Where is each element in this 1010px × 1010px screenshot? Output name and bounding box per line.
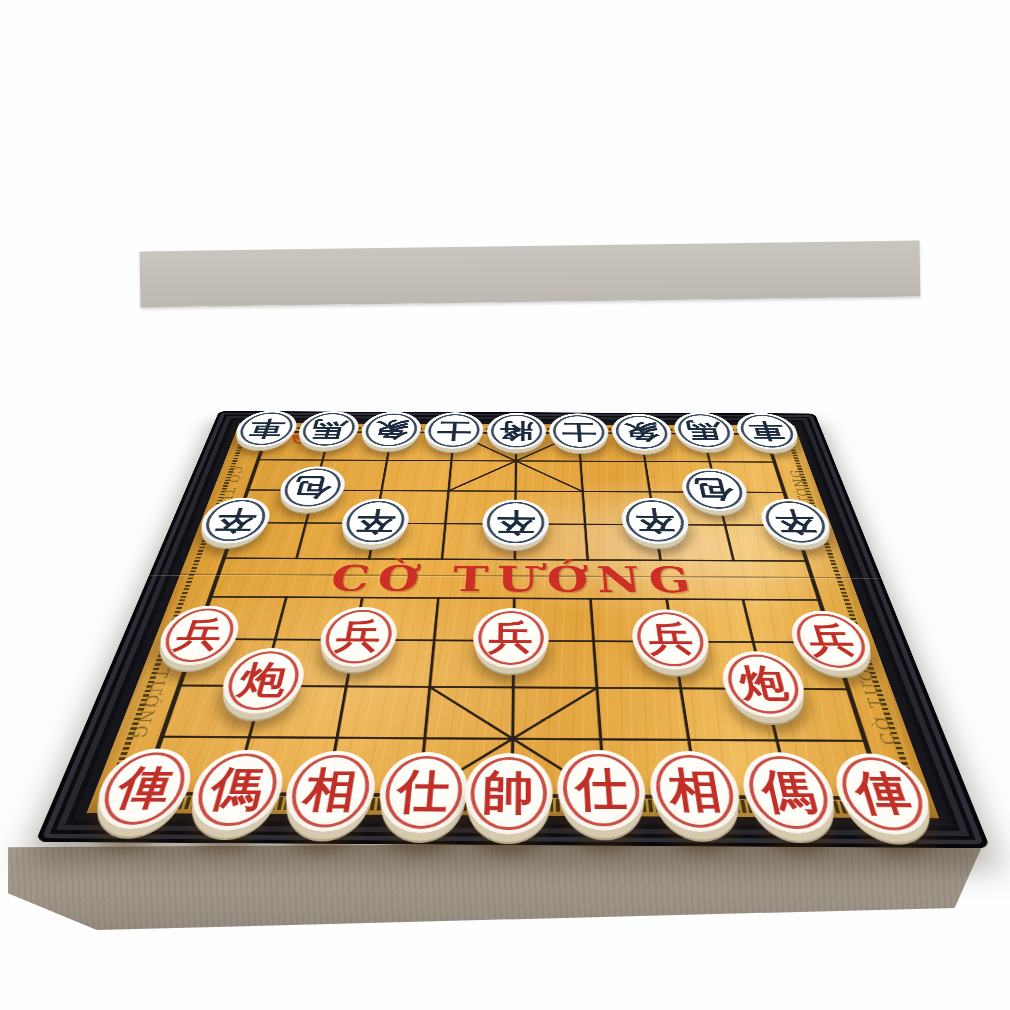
piece-red-advisor[interactable]: 仕 — [557, 750, 650, 831]
piece-red-cannon[interactable]: 炮 — [717, 651, 812, 717]
piece-red-advisor[interactable]: 仕 — [374, 752, 469, 834]
piece-red-soldier[interactable]: 兵 — [150, 606, 246, 666]
piece-glyph: 士 — [561, 421, 597, 442]
piece-glyph: 包 — [693, 477, 736, 502]
piece-glyph: 士 — [435, 420, 472, 441]
page: { "game": "Xiangqi (Chinese Chess / Cờ T… — [0, 0, 1010, 1010]
piece-glyph: 傌 — [205, 766, 268, 813]
piece-black-cannon[interactable]: 包 — [274, 466, 349, 509]
piece-glyph: 卒 — [353, 508, 397, 535]
piece-black-soldier[interactable]: 卒 — [481, 499, 549, 545]
piece-glyph: 卒 — [772, 508, 820, 535]
piece-glyph: 兵 — [171, 618, 227, 653]
piece-glyph: 俥 — [849, 770, 916, 817]
piece-glyph: 象 — [372, 419, 410, 440]
piece-glyph: 兵 — [333, 619, 383, 654]
xiangqi-scene: ↻ CỜ TƯỚNG CỜ TƯỚNG CỜ TƯỚNG CỜ TƯỚNG CỜ… — [35, 411, 990, 848]
piece-glyph: 卒 — [634, 507, 677, 534]
piece-glyph: 相 — [666, 767, 725, 814]
piece-glyph: 炮 — [736, 664, 792, 702]
piece-glyph: 帥 — [482, 769, 535, 816]
piece-glyph: 兵 — [803, 623, 859, 658]
piece-glyph: 車 — [245, 418, 287, 439]
piece-red-horse[interactable]: 傌 — [181, 750, 290, 831]
piece-glyph: 傌 — [758, 768, 821, 815]
piece-red-cannon[interactable]: 炮 — [214, 648, 310, 714]
piece-black-cannon[interactable]: 包 — [678, 468, 752, 511]
piece-black-general[interactable]: 將 — [486, 413, 546, 450]
piece-red-soldier[interactable]: 兵 — [629, 609, 714, 669]
piece-glyph: 仕 — [575, 766, 630, 813]
piece-glyph: 俥 — [111, 765, 178, 812]
piece-black-elephant[interactable]: 象 — [610, 414, 675, 451]
piece-red-soldier[interactable]: 兵 — [314, 607, 400, 667]
table-edge-behind-board — [140, 241, 921, 308]
piece-glyph: 仕 — [395, 768, 451, 815]
piece-glyph: 兵 — [646, 621, 696, 656]
piece-red-soldier[interactable]: 兵 — [471, 608, 549, 668]
piece-glyph: 將 — [499, 420, 534, 441]
table-edge-front — [8, 838, 994, 930]
piece-glyph: 卒 — [211, 507, 259, 534]
piece-glyph: 卒 — [495, 509, 534, 536]
piece-glyph: 相 — [300, 767, 360, 814]
piece-glyph: 車 — [746, 420, 788, 441]
piece-glyph: 包 — [290, 475, 334, 500]
piece-red-general[interactable]: 帥 — [462, 753, 553, 835]
piece-glyph: 兵 — [488, 620, 533, 655]
piece-glyph: 馬 — [309, 419, 349, 440]
piece-red-horse[interactable]: 傌 — [737, 752, 844, 834]
piece-black-soldier[interactable]: 卒 — [619, 498, 692, 544]
piece-red-elephant[interactable]: 相 — [278, 751, 380, 832]
piece-glyph: 象 — [623, 421, 661, 442]
piece-glyph: 馬 — [685, 420, 725, 441]
piece-glyph: 炮 — [235, 661, 291, 699]
piece-red-elephant[interactable]: 相 — [646, 751, 746, 832]
piece-black-soldier[interactable]: 卒 — [337, 498, 411, 544]
